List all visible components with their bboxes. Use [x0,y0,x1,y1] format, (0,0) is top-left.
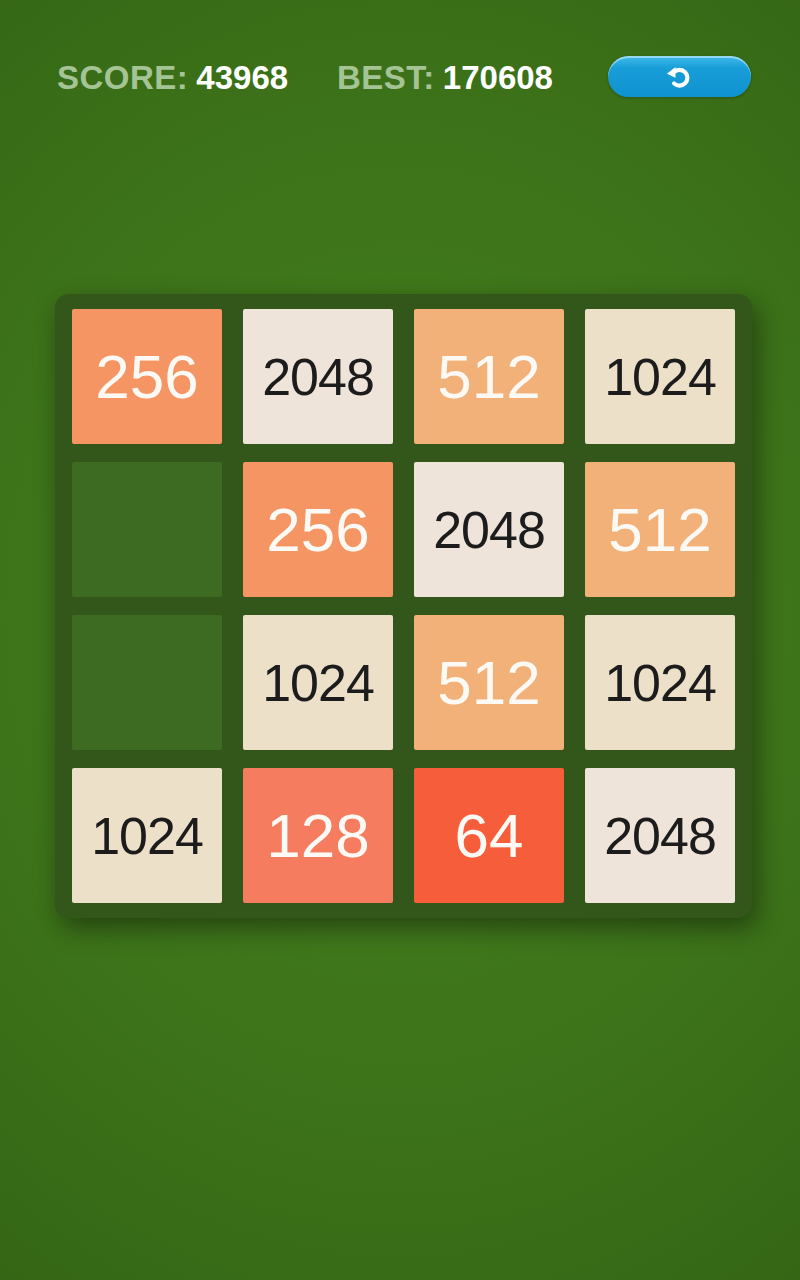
score-display: SCORE:43968 [57,57,288,98]
best-label: BEST: [337,59,435,96]
undo-icon [665,62,695,92]
tile-512: 512 [414,615,564,750]
empty-cell [72,615,222,750]
board-grid[interactable]: 2562048512102425620485121024512102410241… [72,309,735,903]
tile-1024: 1024 [585,309,735,444]
undo-button[interactable] [608,56,751,97]
tile-2048: 2048 [414,462,564,597]
score-label: SCORE: [57,59,188,96]
empty-cell [72,462,222,597]
tile-512: 512 [585,462,735,597]
tile-256: 256 [243,462,393,597]
tile-64: 64 [414,768,564,903]
score-value: 43968 [196,59,288,96]
best-score-display: BEST:170608 [337,57,553,98]
game-screen: SCORE:43968 BEST:170608 2562048512102425… [0,0,800,1280]
tile-1024: 1024 [585,615,735,750]
tile-1024: 1024 [72,768,222,903]
tile-2048: 2048 [585,768,735,903]
tile-128: 128 [243,768,393,903]
board-frame: 2562048512102425620485121024512102410241… [55,294,752,918]
tile-512: 512 [414,309,564,444]
tile-256: 256 [72,309,222,444]
best-value: 170608 [443,59,553,96]
tile-2048: 2048 [243,309,393,444]
tile-1024: 1024 [243,615,393,750]
